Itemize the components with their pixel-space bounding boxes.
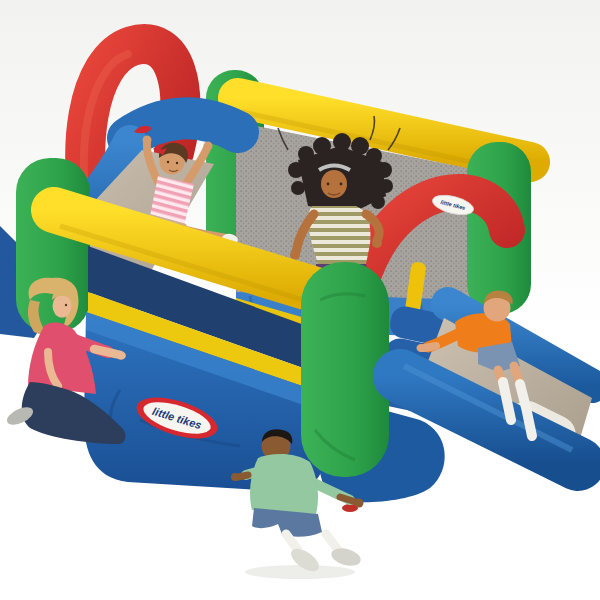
product-photo: little tikes <box>0 0 600 600</box>
bounce-house-illustration: little tikes <box>0 0 600 600</box>
